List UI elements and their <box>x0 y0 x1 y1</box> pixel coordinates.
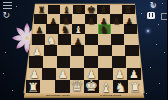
piece-white-pawn-c2[interactable]: ♟ <box>58 70 68 81</box>
piece-white-rook-a1[interactable]: ♜ <box>27 81 39 94</box>
piece-black-knight-c6[interactable]: ♞ <box>61 25 70 35</box>
piece-black-pawn-a6[interactable]: ♟ <box>35 26 43 35</box>
piece-white-knight-g1[interactable]: ♞ <box>115 81 127 94</box>
piece-white-bishop-d6[interactable]: ♝ <box>74 25 83 35</box>
piece-white-king-e1[interactable]: ♚ <box>85 79 98 94</box>
piece-black-bishop-f8[interactable]: ♝ <box>100 6 108 15</box>
app-screen: BEGINNER LEVEL A WHITE MOVE ♜♝♛♚♝♜♟♟♟♟♟♟… <box>0 0 167 100</box>
piece-black-pawn-d5[interactable]: ♟ <box>74 37 82 46</box>
pause-icon[interactable] <box>147 12 155 20</box>
piece-white-pawn-a4[interactable]: ♟ <box>33 47 42 57</box>
pause-bar <box>149 13 150 17</box>
piece-black-rook-a8[interactable]: ♜ <box>38 6 46 15</box>
piece-black-bishop-c8[interactable]: ♝ <box>62 6 70 15</box>
piece-white-knight-b5[interactable]: ♞ <box>47 35 57 46</box>
piece-black-pawn-g7[interactable]: ♟ <box>113 17 120 25</box>
piece-black-pawn-h7[interactable]: ♟ <box>125 17 132 25</box>
piece-black-king-e8[interactable]: ♚ <box>87 5 96 15</box>
menu-icon[interactable] <box>3 2 12 9</box>
piece-black-knight-f6[interactable]: ♞ <box>100 25 109 35</box>
piece-black-rook-h8[interactable]: ♜ <box>124 6 132 15</box>
piece-black-pawn-e7[interactable]: ♟ <box>87 17 94 25</box>
overlay-window-icon[interactable] <box>161 13 168 20</box>
piece-white-queen-d1[interactable]: ♛ <box>70 79 83 94</box>
pieces-layer: ♜♝♛♚♝♜♟♟♟♟♟♟♟♞♝♞♞♟♟♟♟♟♟♟♜♛♚♝♞♜ <box>0 0 167 100</box>
piece-black-queen-d8[interactable]: ♛ <box>74 5 83 15</box>
piece-white-rook-h1[interactable]: ♜ <box>129 81 141 94</box>
piece-black-pawn-b7[interactable]: ♟ <box>49 17 56 25</box>
redo-icon[interactable]: ↺ <box>150 1 157 10</box>
pause-bar <box>152 13 153 17</box>
piece-white-bishop-f1[interactable]: ♝ <box>100 81 112 94</box>
restart-icon[interactable]: ↻ <box>3 11 11 20</box>
